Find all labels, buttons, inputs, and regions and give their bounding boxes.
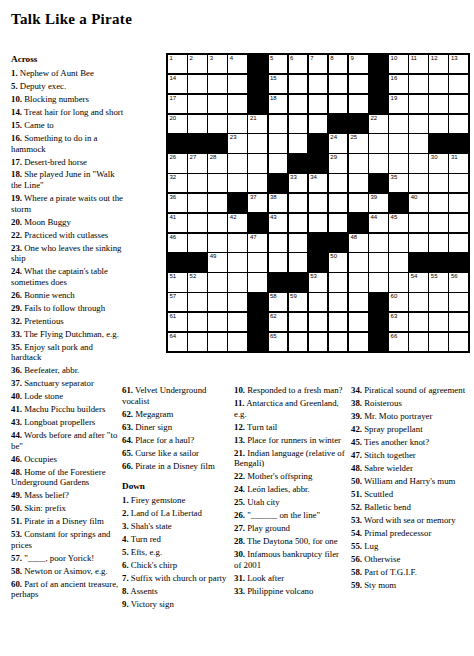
down-clues-list-3: 34. Piratical sound of agreement38. Rois…: [351, 385, 468, 590]
clue-number: 40.: [11, 391, 22, 401]
grid-cell[interactable]: 35: [389, 174, 408, 192]
across-clue: 24. What the captain's table sometimes d…: [11, 266, 125, 287]
cell-number: 12: [431, 55, 438, 62]
cell-number: 63: [391, 313, 398, 320]
black-cell: [309, 134, 328, 152]
grid-cell[interactable]: [309, 95, 328, 113]
black-cell: [248, 95, 267, 113]
clue-number: 20.: [11, 217, 22, 227]
grid-cell[interactable]: 1: [168, 55, 187, 73]
grid-cell[interactable]: [269, 154, 288, 172]
grid-cell[interactable]: [369, 234, 388, 252]
black-cell: [289, 154, 308, 172]
grid-cell[interactable]: [309, 214, 328, 232]
down-clue: 7. Suffix with church or party: [122, 573, 229, 584]
crossword-grid: 1234567891011121314151617181920212223242…: [166, 53, 470, 353]
grid-cell[interactable]: [349, 293, 368, 311]
across-clue: 35. Enjoy salt pork and hardtack: [11, 342, 125, 363]
grid-cell[interactable]: [429, 234, 448, 252]
grid-cell[interactable]: [329, 273, 348, 291]
grid-cell[interactable]: [409, 234, 428, 252]
grid-cell[interactable]: 41: [168, 214, 187, 232]
grid-cell[interactable]: [409, 293, 428, 311]
grid-cell[interactable]: [329, 293, 348, 311]
across-clue: 53. Constant for springs and prices: [11, 529, 125, 550]
grid-cell[interactable]: 23: [228, 134, 247, 152]
grid-cell[interactable]: 60: [389, 293, 408, 311]
grid-cell[interactable]: 40: [409, 194, 428, 212]
grid-cell[interactable]: [309, 333, 328, 351]
clue-number: 39.: [351, 411, 362, 421]
grid-cell[interactable]: 13: [449, 55, 468, 73]
grid-cell[interactable]: [369, 273, 388, 291]
down-clue: 6. Chick's chirp: [122, 560, 229, 571]
grid-cell[interactable]: 30: [429, 154, 448, 172]
grid-cell[interactable]: 63: [389, 313, 408, 331]
grid-cell[interactable]: 12: [429, 55, 448, 73]
grid-cell[interactable]: 27: [188, 154, 207, 172]
grid-cell[interactable]: [208, 313, 227, 331]
grid-cell[interactable]: [228, 273, 247, 291]
cell-number: 3: [210, 55, 213, 62]
grid-cell[interactable]: [429, 115, 448, 133]
grid-cell[interactable]: [228, 115, 247, 133]
across-clue: 16. Something to do in a hammock: [11, 133, 125, 154]
cell-number: 4: [230, 55, 233, 62]
down-clue: 42. Spray propellant: [351, 424, 468, 435]
grid-cell[interactable]: [349, 273, 368, 291]
clues-column-3: 34. Piratical sound of agreement38. Rois…: [351, 385, 468, 593]
grid-cell[interactable]: [389, 115, 408, 133]
grid-cell[interactable]: [248, 154, 267, 172]
grid-cell[interactable]: 38: [269, 194, 288, 212]
grid-cell[interactable]: [228, 253, 247, 271]
grid-cell[interactable]: 66: [389, 333, 408, 351]
grid-cell[interactable]: [289, 115, 308, 133]
black-cell: [369, 174, 388, 192]
black-cell: [289, 273, 308, 291]
cell-number: 28: [210, 154, 217, 161]
across-clue: 36. Beefeater, abbr.: [11, 365, 125, 376]
grid-cell[interactable]: [329, 194, 348, 212]
grid-cell[interactable]: 4: [228, 55, 247, 73]
black-cell: [208, 134, 227, 152]
grid-cell[interactable]: [228, 95, 247, 113]
cell-number: 48: [350, 234, 357, 241]
grid-cell[interactable]: 52: [188, 273, 207, 291]
grid-cell[interactable]: [269, 253, 288, 271]
grid-cell[interactable]: 64: [168, 333, 187, 351]
across-clue: 14. Treat hair for long and short: [11, 107, 125, 118]
grid-cell[interactable]: [429, 214, 448, 232]
cell-number: 31: [451, 154, 458, 161]
grid-cell[interactable]: [329, 95, 348, 113]
clue-number: 4.: [122, 534, 129, 544]
grid-cell[interactable]: 17: [168, 95, 187, 113]
grid-cell[interactable]: 31: [449, 154, 468, 172]
grid-cell[interactable]: 47: [248, 234, 267, 252]
grid-cell[interactable]: [248, 273, 267, 291]
grid-cell[interactable]: 9: [349, 55, 368, 73]
across-clues-column: Across 1. Nephew of Aunt Bee5. Deputy ex…: [11, 54, 125, 602]
clue-number: 36.: [11, 365, 22, 375]
grid-cell[interactable]: 48: [349, 234, 368, 252]
down-clue: 1. Firey gemstone: [122, 495, 229, 506]
grid-cell[interactable]: [369, 253, 388, 271]
black-cell: [349, 214, 368, 232]
grid-cell[interactable]: 34: [309, 174, 328, 192]
clue-number: 41.: [11, 404, 22, 414]
clue-number: 24.: [234, 484, 245, 494]
grid-cell[interactable]: 57: [168, 293, 187, 311]
grid-cell[interactable]: [208, 75, 227, 93]
clue-number: 32.: [11, 316, 22, 326]
clue-number: 30.: [234, 549, 245, 559]
cell-number: 66: [391, 333, 398, 340]
grid-cell[interactable]: [449, 333, 468, 351]
grid-cell[interactable]: [409, 214, 428, 232]
cell-number: 64: [170, 333, 177, 340]
clue-number: 5.: [122, 547, 129, 557]
grid-cell[interactable]: 14: [168, 75, 187, 93]
grid-cell[interactable]: [349, 313, 368, 331]
grid-cell[interactable]: 43: [269, 214, 288, 232]
grid-cell[interactable]: [309, 313, 328, 331]
down-clue: 34. Piratical sound of agreement: [351, 385, 468, 396]
down-clue: 52. Balletic bend: [351, 502, 468, 513]
grid-cell[interactable]: 11: [409, 55, 428, 73]
cell-number: 26: [170, 154, 177, 161]
grid-cell[interactable]: [429, 293, 448, 311]
grid-cell[interactable]: 20: [168, 115, 187, 133]
down-clues-list-2: 10. Responded to a fresh man?11. Antarct…: [234, 385, 346, 596]
grid-cell[interactable]: [329, 313, 348, 331]
cell-number: 9: [350, 55, 353, 62]
grid-cell[interactable]: [449, 214, 468, 232]
grid-cell[interactable]: [269, 115, 288, 133]
grid-cell[interactable]: [329, 75, 348, 93]
grid-cell[interactable]: [409, 333, 428, 351]
clue-number: 22.: [234, 471, 245, 481]
down-clue: 51. Scuttled: [351, 489, 468, 500]
grid-cell[interactable]: [188, 234, 207, 252]
grid-cell[interactable]: [429, 174, 448, 192]
grid-cell[interactable]: [389, 154, 408, 172]
clue-number: 58.: [351, 567, 362, 577]
grid-cell[interactable]: [309, 75, 328, 93]
cell-number: 49: [210, 253, 217, 260]
cell-number: 24: [330, 134, 337, 141]
grid-cell[interactable]: [208, 115, 227, 133]
cell-number: 54: [411, 273, 418, 280]
grid-cell[interactable]: [228, 154, 247, 172]
grid-cell[interactable]: [188, 194, 207, 212]
grid-cell[interactable]: [449, 313, 468, 331]
clue-number: 50.: [11, 503, 22, 513]
down-clue: 39. Mr. Moto portrayer: [351, 411, 468, 422]
cell-number: 15: [270, 75, 277, 82]
grid-cell[interactable]: [208, 194, 227, 212]
across-clues-list: 1. Nephew of Aunt Bee5. Deputy exec.10. …: [11, 68, 125, 600]
grid-cell[interactable]: [329, 174, 348, 192]
down-clue: 8. Assents: [122, 586, 229, 597]
grid-cell[interactable]: [289, 75, 308, 93]
grid-cell[interactable]: [409, 115, 428, 133]
grid-cell[interactable]: 18: [269, 95, 288, 113]
grid-cell[interactable]: [349, 154, 368, 172]
grid-cell[interactable]: 21: [248, 115, 267, 133]
grid-cell[interactable]: 61: [168, 313, 187, 331]
grid-cell[interactable]: [208, 214, 227, 232]
grid-cell[interactable]: 15: [269, 75, 288, 93]
clue-number: 2.: [122, 508, 129, 518]
grid-cell[interactable]: 56: [449, 273, 468, 291]
across-clue: 18. She played June in "Walk the Line": [11, 169, 125, 190]
grid-cell[interactable]: 55: [429, 273, 448, 291]
grid-cell[interactable]: [289, 313, 308, 331]
across-clue: 66. Pirate in a Disney film: [122, 461, 229, 472]
black-cell: [228, 194, 247, 212]
grid-cell[interactable]: [228, 293, 247, 311]
grid-cell[interactable]: 62: [269, 313, 288, 331]
grid-cell[interactable]: [289, 214, 308, 232]
grid-cell[interactable]: [188, 95, 207, 113]
grid-cell[interactable]: 29: [329, 154, 348, 172]
grid-cell[interactable]: [208, 95, 227, 113]
clue-number: 12.: [234, 422, 245, 432]
grid-cell[interactable]: [349, 75, 368, 93]
black-cell: [309, 154, 328, 172]
grid-cell[interactable]: [449, 115, 468, 133]
cell-number: 62: [270, 313, 277, 320]
cell-number: 29: [330, 154, 337, 161]
grid-cell[interactable]: 26: [168, 154, 187, 172]
grid-cell[interactable]: 51: [168, 273, 187, 291]
grid-cell[interactable]: [228, 75, 247, 93]
grid-cell[interactable]: 28: [208, 154, 227, 172]
grid-cell[interactable]: [188, 333, 207, 351]
down-clue: 38. Roisterous: [351, 398, 468, 409]
grid-cell[interactable]: 7: [309, 55, 328, 73]
grid-cell[interactable]: [449, 234, 468, 252]
cell-number: 18: [270, 95, 277, 102]
black-cell: [248, 55, 267, 73]
grid-cell[interactable]: [309, 293, 328, 311]
grid-cell[interactable]: [269, 134, 288, 152]
cell-number: 17: [170, 95, 177, 102]
grid-cell[interactable]: [309, 194, 328, 212]
grid-cell[interactable]: 65: [269, 333, 288, 351]
grid-cell[interactable]: 2: [188, 55, 207, 73]
across-clue: 62. Megagram: [122, 409, 229, 420]
grid-cell[interactable]: 5: [269, 55, 288, 73]
clue-number: 51.: [351, 489, 362, 499]
grid-cell[interactable]: [228, 174, 247, 192]
grid-cell[interactable]: 37: [248, 194, 267, 212]
across-clue: 29. Fails to follow through: [11, 303, 125, 314]
grid-cell[interactable]: 36: [168, 194, 187, 212]
grid-cell[interactable]: [188, 115, 207, 133]
grid-cell[interactable]: [228, 333, 247, 351]
grid-cell[interactable]: [349, 95, 368, 113]
grid-cell[interactable]: [208, 273, 227, 291]
grid-cell[interactable]: 10: [389, 55, 408, 73]
clue-number: 53.: [351, 515, 362, 525]
grid-cell[interactable]: [409, 174, 428, 192]
grid-cell[interactable]: 3: [208, 55, 227, 73]
grid-cell[interactable]: 6: [289, 55, 308, 73]
grid-cell[interactable]: [449, 194, 468, 212]
grid-cell[interactable]: [248, 253, 267, 271]
across-clue: 26. Bonnie wench: [11, 290, 125, 301]
grid-cell[interactable]: [289, 134, 308, 152]
grid-cell[interactable]: 8: [329, 55, 348, 73]
down-clue: 11. Antarctica and Greenland, e.g.: [234, 398, 346, 419]
grid-cell[interactable]: [228, 234, 247, 252]
grid-cell[interactable]: 54: [409, 273, 428, 291]
down-clue: 9. Victory sign: [122, 599, 229, 610]
clue-number: 55.: [351, 541, 362, 551]
black-cell: [369, 55, 388, 73]
down-clue: 47. Stitch together: [351, 450, 468, 461]
down-clue: 26. "______ on the line": [234, 510, 346, 521]
grid-cell[interactable]: [389, 253, 408, 271]
down-clue: 45. Ties another knot?: [351, 437, 468, 448]
grid-cell[interactable]: 49: [208, 253, 227, 271]
grid-cell[interactable]: [369, 154, 388, 172]
black-cell: [349, 115, 368, 133]
grid-cell[interactable]: [208, 234, 227, 252]
grid-cell[interactable]: [188, 313, 207, 331]
cell-number: 45: [391, 214, 398, 221]
clue-number: 1.: [122, 495, 129, 505]
across-clue: 46. Occupies: [11, 454, 125, 465]
grid-cell[interactable]: [309, 115, 328, 133]
down-clue: 55. Lug: [351, 541, 468, 552]
grid-cell[interactable]: [188, 214, 207, 232]
across-clue: 60. Part of an ancient treasure, perhaps: [11, 579, 125, 600]
clue-number: 17.: [11, 157, 22, 167]
grid-cell[interactable]: [389, 273, 408, 291]
clue-number: 25.: [234, 497, 245, 507]
grid-cell[interactable]: [188, 75, 207, 93]
black-cell: [369, 293, 388, 311]
grid-cell[interactable]: [208, 293, 227, 311]
grid-cell[interactable]: [188, 174, 207, 192]
grid-cell[interactable]: [409, 95, 428, 113]
black-cell: [369, 313, 388, 331]
grid-cell[interactable]: [349, 194, 368, 212]
grid-cell[interactable]: 25: [349, 134, 368, 152]
grid-cell[interactable]: [409, 75, 428, 93]
grid-cell[interactable]: [289, 234, 308, 252]
grid-cell[interactable]: [248, 134, 267, 152]
black-cell: [309, 234, 328, 252]
across-clue: 63. Diner sign: [122, 422, 229, 433]
across-clue: 50. Skin: prefix: [11, 503, 125, 514]
grid-cell[interactable]: [228, 313, 247, 331]
grid-cell[interactable]: 59: [289, 293, 308, 311]
grid-cell[interactable]: [449, 174, 468, 192]
grid-cell[interactable]: [289, 95, 308, 113]
down-clue: 33. Philippine volcano: [234, 586, 346, 597]
grid-cell[interactable]: 58: [269, 293, 288, 311]
grid-cell[interactable]: [289, 333, 308, 351]
grid-cell[interactable]: [329, 214, 348, 232]
grid-cell[interactable]: [269, 234, 288, 252]
across-clue: 15. Came to: [11, 120, 125, 131]
grid-cell[interactable]: [429, 333, 448, 351]
grid-cell[interactable]: 45: [389, 214, 408, 232]
grid-cell[interactable]: [188, 293, 207, 311]
cell-number: 41: [170, 214, 177, 221]
grid-cell[interactable]: [349, 174, 368, 192]
clue-number: 48.: [11, 467, 22, 477]
grid-cell[interactable]: [349, 333, 368, 351]
grid-cell[interactable]: 32: [168, 174, 187, 192]
clue-number: 47.: [351, 450, 362, 460]
cell-number: 20: [170, 115, 177, 122]
grid-cell[interactable]: [289, 194, 308, 212]
grid-cell[interactable]: [329, 333, 348, 351]
grid-cell[interactable]: [429, 75, 448, 93]
grid-cell[interactable]: 19: [389, 95, 408, 113]
grid-cell[interactable]: [409, 313, 428, 331]
down-clue: 24. León ladies, abbr.: [234, 484, 346, 495]
clue-number: 23.: [11, 243, 22, 253]
grid-cell[interactable]: [248, 174, 267, 192]
grid-cell[interactable]: [349, 253, 368, 271]
grid-cell[interactable]: 46: [168, 234, 187, 252]
grid-cell[interactable]: [409, 154, 428, 172]
grid-cell[interactable]: [389, 234, 408, 252]
grid-cell[interactable]: [429, 194, 448, 212]
grid-cell[interactable]: [449, 293, 468, 311]
grid-cell[interactable]: 44: [369, 214, 388, 232]
grid-cell[interactable]: 50: [329, 253, 348, 271]
grid-cell[interactable]: 42: [228, 214, 247, 232]
down-clue: 59. Sty mom: [351, 580, 468, 591]
down-clue: 22. Mother's offspring: [234, 471, 346, 482]
grid-cell[interactable]: 33: [289, 174, 308, 192]
grid-cell[interactable]: 39: [369, 194, 388, 212]
grid-cell[interactable]: [208, 333, 227, 351]
grid-cell[interactable]: 22: [369, 115, 388, 133]
clue-number: 10.: [234, 385, 245, 395]
clue-number: 24.: [11, 266, 22, 276]
down-clue: 58. Part of T.G.I.F.: [351, 567, 468, 578]
grid-cell[interactable]: [449, 75, 468, 93]
grid-cell[interactable]: [429, 313, 448, 331]
grid-cell[interactable]: [449, 95, 468, 113]
clue-number: 60.: [11, 579, 22, 589]
across-clue: 20. Moon Buggy: [11, 217, 125, 228]
grid-cell[interactable]: [429, 95, 448, 113]
grid-cell[interactable]: [369, 134, 388, 152]
grid-cell[interactable]: [409, 134, 428, 152]
clue-number: 46.: [11, 454, 22, 464]
grid-cell[interactable]: 16: [389, 75, 408, 93]
cell-number: 61: [170, 313, 177, 320]
grid-cell[interactable]: [389, 134, 408, 152]
grid-cell[interactable]: 53: [309, 273, 328, 291]
cell-number: 35: [391, 174, 398, 181]
clue-number: 45.: [351, 437, 362, 447]
grid-cell[interactable]: 24: [329, 134, 348, 152]
grid-cell[interactable]: [208, 174, 227, 192]
cell-number: 13: [451, 55, 458, 62]
grid-cell[interactable]: [289, 253, 308, 271]
